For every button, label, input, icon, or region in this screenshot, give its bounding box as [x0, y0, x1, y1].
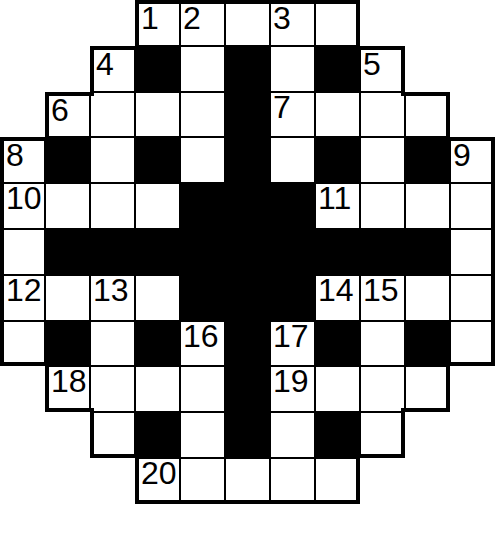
letter-cell-r6c7[interactable]: 14: [315, 275, 360, 321]
block-cell-r5c2: [90, 229, 135, 275]
letter-cell-r10c4[interactable]: [180, 458, 225, 504]
letter-cell-r9c8[interactable]: [360, 412, 405, 458]
clue-number: 8: [6, 139, 24, 171]
block-cell-r3c9: [405, 137, 450, 183]
letter-cell-r5c0[interactable]: [0, 229, 45, 275]
letter-cell-r10c6[interactable]: [270, 458, 315, 504]
block-cell-r3c7: [315, 137, 360, 183]
letter-cell-r3c8[interactable]: [360, 137, 405, 183]
letter-cell-r4c0[interactable]: 10: [0, 183, 45, 229]
block-cell-r9c3: [135, 412, 180, 458]
block-cell-r7c1: [45, 321, 90, 367]
outside-area: [450, 412, 495, 458]
letter-cell-r0c6[interactable]: 3: [270, 0, 315, 46]
border-corner-patch: [45, 137, 49, 141]
letter-cell-r7c2[interactable]: [90, 321, 135, 367]
block-cell-r5c1: [45, 229, 90, 275]
block-cell-r5c8: [360, 229, 405, 275]
letter-cell-r6c0[interactable]: 12: [0, 275, 45, 321]
clue-number: 16: [183, 320, 219, 352]
letter-cell-r8c7[interactable]: [315, 366, 360, 412]
block-cell-r3c5: [225, 137, 270, 183]
outside-area: [0, 0, 45, 46]
block-cell-r7c9: [405, 321, 450, 367]
clue-number: 4: [96, 48, 114, 80]
letter-cell-r8c9[interactable]: [405, 366, 450, 412]
letter-cell-r2c2[interactable]: [90, 92, 135, 138]
outside-area: [0, 366, 45, 412]
letter-cell-r4c1[interactable]: [45, 183, 90, 229]
letter-cell-r10c3[interactable]: 20: [135, 458, 180, 504]
outside-area: [90, 0, 135, 46]
letter-cell-r2c9[interactable]: [405, 92, 450, 138]
block-cell-r4c5: [225, 183, 270, 229]
clue-number: 18: [51, 365, 87, 397]
letter-cell-r4c8[interactable]: [360, 183, 405, 229]
clue-number: 13: [93, 274, 129, 306]
block-cell-r1c3: [135, 46, 180, 92]
letter-cell-r9c2[interactable]: [90, 412, 135, 458]
block-cell-r6c6: [270, 275, 315, 321]
letter-cell-r3c10[interactable]: 9: [450, 137, 495, 183]
outside-area: [450, 366, 495, 412]
outside-area: [405, 412, 450, 458]
block-cell-r5c7: [315, 229, 360, 275]
outside-area: [405, 0, 450, 46]
outside-area: [405, 46, 450, 92]
letter-cell-r2c3[interactable]: [135, 92, 180, 138]
block-cell-r5c5: [225, 229, 270, 275]
letter-cell-r8c6[interactable]: 19: [270, 366, 315, 412]
letter-cell-r1c8[interactable]: 5: [360, 46, 405, 92]
outside-area: [45, 0, 90, 46]
letter-cell-r4c10[interactable]: [450, 183, 495, 229]
letter-cell-r1c4[interactable]: [180, 46, 225, 92]
letter-cell-r4c7[interactable]: 11: [315, 183, 360, 229]
letter-cell-r1c6[interactable]: [270, 46, 315, 92]
letter-cell-r3c2[interactable]: [90, 137, 135, 183]
clue-number: 7: [273, 91, 291, 123]
outside-area: [450, 92, 495, 138]
crossword-puzzle-page: 1234567891011121314151617181920: [0, 0, 496, 541]
letter-cell-r9c4[interactable]: [180, 412, 225, 458]
clue-number: 10: [6, 182, 42, 214]
clue-number: 5: [363, 48, 381, 80]
block-cell-r7c7: [315, 321, 360, 367]
letter-cell-r7c6[interactable]: 17: [270, 321, 315, 367]
letter-cell-r2c7[interactable]: [315, 92, 360, 138]
clue-number: 6: [51, 94, 69, 126]
letter-cell-r8c2[interactable]: [90, 366, 135, 412]
outside-area: [450, 458, 495, 504]
outside-area: [45, 458, 90, 504]
letter-cell-r7c0[interactable]: [0, 321, 45, 367]
outside-area: [0, 92, 45, 138]
block-cell-r9c5: [225, 412, 270, 458]
letter-cell-r0c4[interactable]: 2: [180, 0, 225, 46]
letter-cell-r3c0[interactable]: 8: [0, 137, 45, 183]
block-cell-r6c4: [180, 275, 225, 321]
letter-cell-r10c5[interactable]: [225, 458, 270, 504]
outside-area: [45, 412, 90, 458]
letter-cell-r0c7[interactable]: [315, 0, 360, 46]
letter-cell-r4c2[interactable]: [90, 183, 135, 229]
letter-cell-r6c1[interactable]: [45, 275, 90, 321]
block-cell-r9c7: [315, 412, 360, 458]
block-cell-r4c6: [270, 183, 315, 229]
block-cell-r1c7: [315, 46, 360, 92]
letter-cell-r5c10[interactable]: [450, 229, 495, 275]
outside-area: [450, 0, 495, 46]
block-cell-r7c5: [225, 321, 270, 367]
letter-cell-r8c3[interactable]: [135, 366, 180, 412]
letter-cell-r4c3[interactable]: [135, 183, 180, 229]
letter-cell-r3c4[interactable]: [180, 137, 225, 183]
block-cell-r6c5: [225, 275, 270, 321]
block-cell-r3c3: [135, 137, 180, 183]
block-cell-r1c5: [225, 46, 270, 92]
border-corner-patch: [135, 46, 139, 50]
clue-number: 19: [273, 365, 309, 397]
block-cell-r5c6: [270, 229, 315, 275]
clue-number: 20: [141, 457, 177, 489]
block-cell-r8c5: [225, 366, 270, 412]
clue-number: 1: [141, 2, 159, 34]
letter-cell-r10c7[interactable]: [315, 458, 360, 504]
block-cell-r5c3: [135, 229, 180, 275]
clue-number: 17: [273, 320, 309, 352]
letter-cell-r2c4[interactable]: [180, 92, 225, 138]
letter-cell-r6c8[interactable]: 15: [360, 275, 405, 321]
letter-cell-r6c3[interactable]: [135, 275, 180, 321]
outside-area: [450, 46, 495, 92]
letter-cell-r7c10[interactable]: [450, 321, 495, 367]
letter-cell-r6c2[interactable]: 13: [90, 275, 135, 321]
letter-cell-r8c1[interactable]: 18: [45, 366, 90, 412]
clue-number: 12: [6, 274, 42, 306]
letter-cell-r9c6[interactable]: [270, 412, 315, 458]
letter-cell-r7c4[interactable]: 16: [180, 321, 225, 367]
border-corner-patch: [90, 92, 94, 96]
clue-number: 11: [318, 182, 351, 214]
letter-cell-r1c2[interactable]: 4: [90, 46, 135, 92]
letter-cell-r2c1[interactable]: 6: [45, 92, 90, 138]
outside-area: [360, 458, 405, 504]
clue-number: 2: [183, 2, 201, 34]
outside-area: [0, 412, 45, 458]
crossword-grid: 1234567891011121314151617181920: [0, 0, 495, 504]
block-cell-r7c3: [135, 321, 180, 367]
block-cell-r5c4: [180, 229, 225, 275]
clue-number: 14: [318, 274, 354, 306]
outside-area: [45, 46, 90, 92]
letter-cell-r8c4[interactable]: [180, 366, 225, 412]
block-cell-r2c5: [225, 92, 270, 138]
block-cell-r4c4: [180, 183, 225, 229]
outside-area: [405, 458, 450, 504]
letter-cell-r0c5[interactable]: [225, 0, 270, 46]
block-cell-r5c9: [405, 229, 450, 275]
letter-cell-r0c3[interactable]: 1: [135, 0, 180, 46]
outside-area: [0, 458, 45, 504]
outside-area: [90, 458, 135, 504]
letter-cell-r6c9[interactable]: [405, 275, 450, 321]
letter-cell-r4c9[interactable]: [405, 183, 450, 229]
letter-cell-r3c6[interactable]: [270, 137, 315, 183]
letter-cell-r6c10[interactable]: [450, 275, 495, 321]
block-cell-r3c1: [45, 137, 90, 183]
outside-area: [0, 46, 45, 92]
clue-number: 3: [273, 2, 291, 34]
letter-cell-r2c6[interactable]: 7: [270, 92, 315, 138]
letter-cell-r2c8[interactable]: [360, 92, 405, 138]
clue-number: 15: [363, 274, 399, 306]
outside-area: [360, 0, 405, 46]
letter-cell-r8c8[interactable]: [360, 366, 405, 412]
clue-number: 9: [453, 139, 471, 171]
letter-cell-r7c8[interactable]: [360, 321, 405, 367]
